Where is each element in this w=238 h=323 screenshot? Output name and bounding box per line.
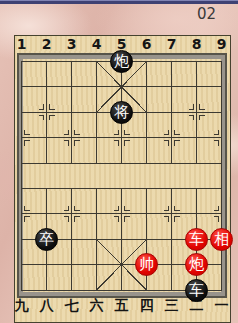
pieces-layer: 炮将卒车相帅炮车: [15, 36, 230, 322]
piece-black-chariot[interactable]: 车: [185, 279, 208, 302]
xiangqi-board-panel: 123456789 炮将卒车相帅炮车 九八七六五四三二一: [14, 35, 231, 323]
piece-red-chariot[interactable]: 车: [185, 228, 208, 251]
move-counter: 02: [197, 5, 216, 23]
piece-black-general[interactable]: 将: [110, 101, 133, 124]
piece-red-general[interactable]: 帅: [135, 253, 158, 276]
piece-red-cannon[interactable]: 炮: [185, 253, 208, 276]
app-window: 02 123456789 炮将卒车相帅炮车 九八七六五四三二一: [0, 0, 238, 323]
piece-black-soldier[interactable]: 卒: [35, 228, 58, 251]
piece-red-elephant[interactable]: 相: [210, 228, 233, 251]
titlebar-bottom-edge: [0, 0, 238, 4]
piece-black-cannon[interactable]: 炮: [110, 50, 133, 73]
